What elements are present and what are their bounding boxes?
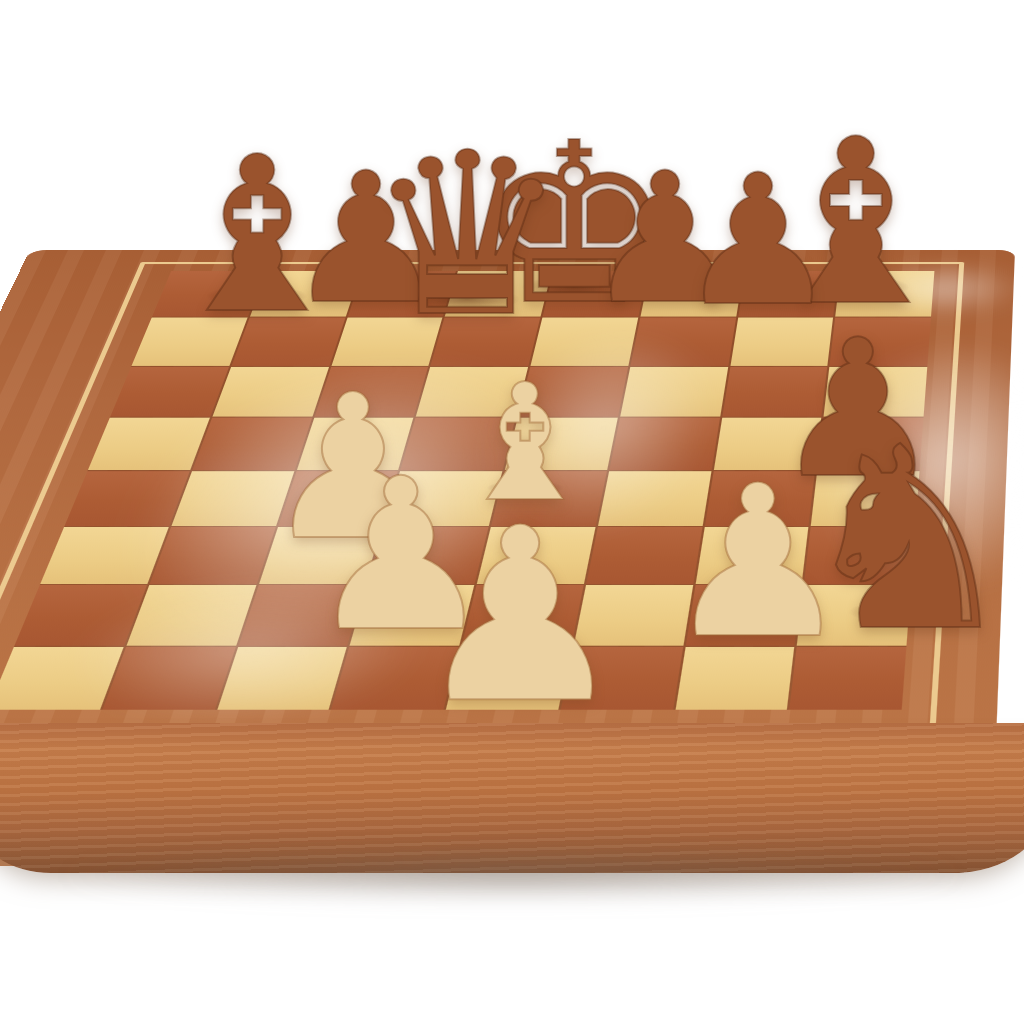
board-scene: ♝♟♛♚♟♟♝♟♟♝♟♟♞♟ — [0, 0, 1024, 1024]
square-b2[interactable] — [126, 585, 255, 645]
square-a2[interactable] — [15, 585, 147, 645]
square-a3[interactable] — [40, 527, 168, 584]
black-queen-d8[interactable]: ♛ — [366, 123, 568, 348]
square-b3[interactable] — [149, 527, 275, 584]
board-shadow — [60, 852, 964, 898]
white-pawn-e2[interactable]: ♟ — [412, 496, 627, 736]
square-b1[interactable] — [102, 647, 235, 710]
square-a5[interactable] — [88, 418, 210, 470]
square-a4[interactable] — [65, 471, 190, 526]
black-bishop-b8[interactable]: ♝ — [161, 128, 354, 343]
square-a6[interactable] — [110, 367, 229, 417]
white-pawn-g3[interactable]: ♟ — [664, 458, 852, 668]
photo-canvas: ♝♟♛♚♟♟♝♟♟♝♟♟♞♟ — [0, 0, 1024, 1024]
square-f6[interactable] — [620, 367, 728, 417]
